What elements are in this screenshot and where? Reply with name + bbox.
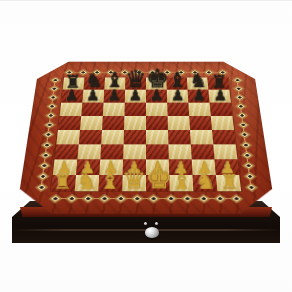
square-e7[interactable]: ♟ <box>146 90 167 103</box>
inlay-medallion <box>241 151 253 159</box>
inlay-medallion <box>214 194 226 203</box>
square-h5[interactable] <box>211 116 234 130</box>
square-a7[interactable]: ♟ <box>61 90 83 103</box>
inlay-border-bottom <box>51 195 242 202</box>
inlay-medallion <box>242 162 254 170</box>
inlay-medallion <box>236 112 247 119</box>
square-b4[interactable] <box>79 130 102 144</box>
inlay-medallion <box>41 141 53 149</box>
inlay-medallion <box>50 77 61 83</box>
white-pawn: ♟ <box>99 159 122 176</box>
square-b7[interactable]: ♟ <box>82 90 104 103</box>
square-a3[interactable] <box>55 144 79 159</box>
inlay-medallion <box>162 69 172 75</box>
inlay-medallion <box>148 194 160 203</box>
square-g1[interactable]: ♞ <box>193 175 218 191</box>
chess-board: ♜♞♝♛♚♝♞♜♟♟♟♟♟♟♟♟♟♟♟♟♟♟♟♟♜♞♝♛♚♝♞♜ <box>16 62 276 214</box>
square-e2[interactable]: ♟ <box>146 159 169 175</box>
inlay-medallion <box>217 69 227 75</box>
inlay-medallion <box>232 77 243 83</box>
inlay-medallion <box>245 183 257 191</box>
square-g7[interactable]: ♟ <box>188 90 210 103</box>
inlay-medallion <box>37 172 49 180</box>
square-h3[interactable] <box>213 144 237 159</box>
square-h4[interactable] <box>212 130 236 144</box>
inlay-medallion <box>38 162 50 170</box>
square-c7[interactable]: ♟ <box>104 90 126 103</box>
inlay-medallion <box>176 69 186 75</box>
square-h2[interactable]: ♟ <box>215 159 240 175</box>
inlay-medallion <box>106 69 116 75</box>
inlay-medallion <box>78 69 88 75</box>
inlay-medallion <box>35 183 47 191</box>
square-f8[interactable]: ♝ <box>166 77 187 89</box>
square-f1[interactable]: ♝ <box>169 175 193 191</box>
inlay-medallion <box>189 69 199 75</box>
square-a4[interactable] <box>56 130 80 144</box>
inlay-medallion <box>233 85 244 91</box>
square-d1[interactable]: ♛ <box>122 175 146 191</box>
square-a5[interactable] <box>58 116 81 130</box>
inlay-medallion <box>134 69 144 75</box>
inlay-medallion <box>132 194 144 203</box>
inlay-medallion <box>120 69 130 75</box>
square-e4[interactable] <box>146 130 168 144</box>
square-a2[interactable]: ♟ <box>53 159 78 175</box>
inlay-medallion <box>243 172 255 180</box>
inlay-border-top <box>65 70 226 75</box>
square-d5[interactable] <box>124 116 146 130</box>
square-e1[interactable]: ♚ <box>146 175 170 191</box>
square-g3[interactable] <box>191 144 215 159</box>
inlay-medallion <box>64 69 74 75</box>
inlay-medallion <box>42 131 53 138</box>
square-g8[interactable]: ♞ <box>187 77 209 89</box>
inlay-medallion <box>49 194 61 203</box>
square-c3[interactable] <box>100 144 123 159</box>
square-b5[interactable] <box>80 116 103 130</box>
white-pawn: ♟ <box>216 159 239 176</box>
square-a1[interactable]: ♜ <box>51 175 76 191</box>
white-pawn: ♟ <box>76 159 99 176</box>
square-h8[interactable]: ♜ <box>207 77 229 89</box>
inlay-medallion <box>46 103 57 110</box>
board-scene: ♜♞♝♛♚♝♞♜♟♟♟♟♟♟♟♟♟♟♟♟♟♟♟♟♜♞♝♛♚♝♞♜ <box>29 13 263 247</box>
square-e3[interactable] <box>146 144 169 159</box>
chess-set-photo: ♜♞♝♛♚♝♞♜♟♟♟♟♟♟♟♟♟♟♟♟♟♟♟♟♜♞♝♛♚♝♞♜ <box>0 0 292 292</box>
square-h1[interactable]: ♜ <box>216 175 241 191</box>
square-f5[interactable] <box>168 116 190 130</box>
inlay-medallion <box>230 194 242 203</box>
square-f7[interactable]: ♟ <box>167 90 189 103</box>
square-c5[interactable] <box>102 116 124 130</box>
inlay-medallion <box>237 122 248 129</box>
square-b1[interactable]: ♞ <box>75 175 100 191</box>
square-b2[interactable]: ♟ <box>76 159 100 175</box>
square-c1[interactable]: ♝ <box>98 175 122 191</box>
inlay-medallion <box>48 85 59 91</box>
inlay-medallion <box>92 69 102 75</box>
square-d7[interactable]: ♟ <box>125 90 146 103</box>
square-g5[interactable] <box>189 116 212 130</box>
square-d3[interactable] <box>123 144 146 159</box>
white-pawn: ♟ <box>169 159 192 176</box>
inlay-medallion <box>66 194 78 203</box>
square-h7[interactable]: ♟ <box>208 90 230 103</box>
inlay-medallion <box>115 194 127 203</box>
board-grid: ♜♞♝♛♚♝♞♜♟♟♟♟♟♟♟♟♟♟♟♟♟♟♟♟♜♞♝♛♚♝♞♜ <box>51 77 241 191</box>
white-pawn: ♟ <box>193 159 216 176</box>
inlay-medallion <box>44 122 55 129</box>
square-d4[interactable] <box>124 130 146 144</box>
square-f4[interactable] <box>168 130 191 144</box>
square-c2[interactable]: ♟ <box>99 159 123 175</box>
inlay-medallion <box>164 194 176 203</box>
inlay-medallion <box>238 131 249 138</box>
square-c4[interactable] <box>101 130 124 144</box>
inlay-medallion <box>82 194 94 203</box>
square-c8[interactable]: ♝ <box>104 77 125 89</box>
inlay-medallion <box>47 94 58 101</box>
white-pawn: ♟ <box>146 159 169 176</box>
white-rook: ♜ <box>51 172 75 193</box>
square-f2[interactable]: ♟ <box>169 159 193 175</box>
inlay-medallion <box>240 141 252 149</box>
square-b3[interactable] <box>77 144 101 159</box>
inlay-medallion <box>148 69 158 75</box>
square-b8[interactable]: ♞ <box>84 77 106 89</box>
square-a8[interactable]: ♜ <box>63 77 85 89</box>
white-king: ♚ <box>146 163 170 192</box>
square-d2[interactable]: ♟ <box>123 159 146 175</box>
inlay-medallion <box>45 112 56 119</box>
inlay-medallion <box>235 103 246 110</box>
square-g4[interactable] <box>190 130 213 144</box>
square-e8[interactable]: ♚ <box>146 77 167 89</box>
white-rook: ♜ <box>217 172 241 193</box>
square-e5[interactable] <box>146 116 168 130</box>
inlay-medallion <box>181 194 193 203</box>
white-pawn: ♟ <box>53 159 76 176</box>
inlay-medallion <box>99 194 111 203</box>
square-g2[interactable]: ♟ <box>192 159 216 175</box>
square-d8[interactable]: ♛ <box>125 77 146 89</box>
inlay-medallion <box>197 194 209 203</box>
inlay-medallion <box>39 151 51 159</box>
inlay-medallion <box>203 69 213 75</box>
square-f3[interactable] <box>168 144 191 159</box>
inlay-medallion <box>234 94 245 101</box>
white-pawn: ♟ <box>123 159 146 176</box>
